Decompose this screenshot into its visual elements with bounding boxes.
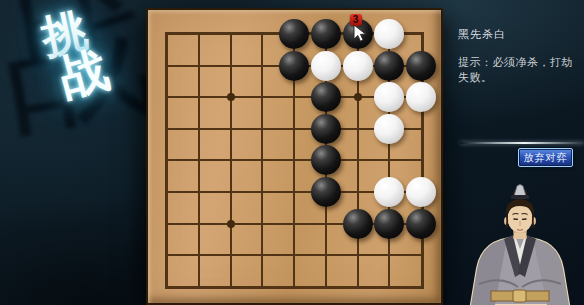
black-stone [279,51,309,81]
resign-button[interactable]: 放弃对弈 [518,148,573,167]
character-portrait [451,183,584,305]
black-stone [279,19,309,49]
black-stone [374,51,404,81]
cursor-icon [352,24,367,43]
white-stone [406,177,436,207]
go-board[interactable]: 3 [146,8,443,305]
grid-line [167,254,421,256]
portrait-figure [471,185,569,305]
white-stone [374,114,404,144]
black-stone [311,19,341,49]
puzzle-objective: 黑先杀白 [458,27,506,42]
grid-line [167,159,421,161]
star-point [227,220,235,228]
black-stone [343,209,373,239]
black-stone [406,51,436,81]
game-screen: 战 挑 战 3 黑先杀白 提示：必须净杀，打劫失败。 放弃对弈 [0,0,584,305]
star-point [354,93,362,101]
black-stone [406,209,436,239]
black-stone [374,209,404,239]
star-point [227,93,235,101]
white-stone [311,51,341,81]
black-stone [311,145,341,175]
black-stone [311,82,341,112]
white-stone [406,82,436,112]
white-stone [343,51,373,81]
black-stone [311,177,341,207]
panel-divider [460,142,584,144]
puzzle-hint: 提示：必须净杀，打劫失败。 [458,55,584,85]
black-stone [311,114,341,144]
